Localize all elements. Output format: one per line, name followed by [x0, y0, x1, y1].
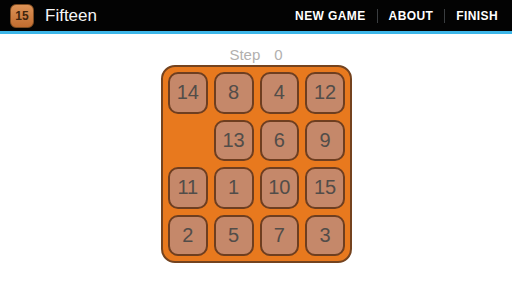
puzzle-board: 148412136911110152573 [161, 65, 352, 263]
tile-1[interactable]: 1 [214, 167, 254, 209]
menu-finish-button[interactable]: FINISH [445, 0, 509, 31]
tile-15[interactable]: 15 [305, 167, 345, 209]
action-bar: 15 Fifteen NEW GAME ABOUT FINISH [0, 0, 512, 31]
tile-7[interactable]: 7 [260, 215, 300, 257]
tile-14[interactable]: 14 [168, 72, 208, 114]
step-label: Step [229, 46, 260, 63]
menu-about-button[interactable]: ABOUT [378, 0, 445, 31]
step-value: 0 [274, 46, 282, 63]
app-icon: 15 [10, 4, 34, 28]
app-title: Fifteen [45, 6, 97, 26]
tile-3[interactable]: 3 [305, 215, 345, 257]
actionbar-accent-line [0, 31, 512, 34]
actionbar-menu: NEW GAME ABOUT FINISH [284, 0, 509, 31]
tile-12[interactable]: 12 [305, 72, 345, 114]
tile-9[interactable]: 9 [305, 120, 345, 162]
tile-2[interactable]: 2 [168, 215, 208, 257]
tile-4[interactable]: 4 [260, 72, 300, 114]
tile-5[interactable]: 5 [214, 215, 254, 257]
tile-6[interactable]: 6 [260, 120, 300, 162]
menu-new-game-button[interactable]: NEW GAME [284, 0, 377, 31]
tile-10[interactable]: 10 [260, 167, 300, 209]
tile-11[interactable]: 11 [168, 167, 208, 209]
tile-13[interactable]: 13 [214, 120, 254, 162]
empty-cell [168, 120, 208, 162]
step-counter: Step0 [0, 46, 512, 63]
tile-8[interactable]: 8 [214, 72, 254, 114]
app-icon-label: 15 [15, 9, 28, 23]
